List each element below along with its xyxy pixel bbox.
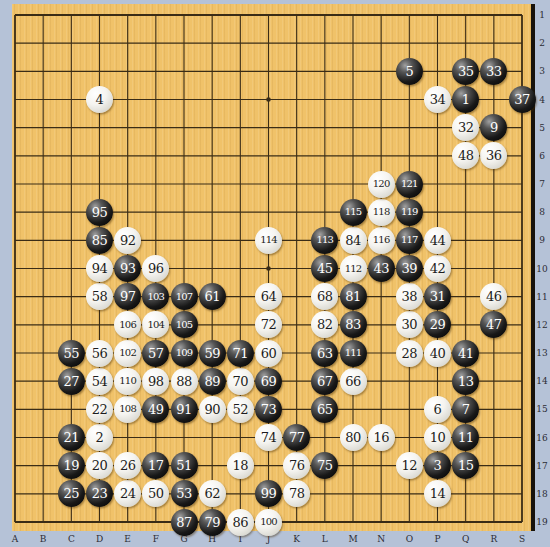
move-number: 96 bbox=[148, 262, 164, 275]
column-label-F: F bbox=[153, 534, 159, 544]
column-label-Q: Q bbox=[462, 534, 469, 544]
stone-black-33: 33 bbox=[480, 58, 507, 85]
stone-black-63: 63 bbox=[311, 340, 338, 367]
stone-black-21: 21 bbox=[58, 424, 85, 451]
move-number: 120 bbox=[373, 179, 390, 189]
move-number: 66 bbox=[345, 374, 361, 387]
column-label-D: D bbox=[96, 534, 103, 544]
row-label-11: 11 bbox=[536, 292, 547, 302]
column-label-R: R bbox=[490, 534, 497, 544]
stone-white-58: 58 bbox=[86, 283, 113, 310]
row-label-10: 10 bbox=[536, 264, 547, 274]
move-number: 7 bbox=[462, 402, 470, 415]
stone-black-35: 35 bbox=[452, 58, 479, 85]
stone-black-39: 39 bbox=[396, 255, 423, 282]
column-label-E: E bbox=[124, 534, 131, 544]
move-number: 43 bbox=[373, 262, 389, 275]
row-label-1: 1 bbox=[539, 10, 545, 20]
move-number: 33 bbox=[486, 64, 502, 77]
move-number: 10 bbox=[430, 431, 446, 444]
move-number: 2 bbox=[96, 431, 104, 444]
stone-black-111: 111 bbox=[340, 340, 367, 367]
move-number: 114 bbox=[260, 235, 277, 245]
move-number: 61 bbox=[204, 290, 220, 303]
move-number: 12 bbox=[402, 459, 418, 472]
move-number: 30 bbox=[402, 318, 418, 331]
column-label-G: G bbox=[180, 534, 187, 544]
stone-white-16: 16 bbox=[368, 424, 395, 451]
stone-black-3: 3 bbox=[424, 452, 451, 479]
move-number: 21 bbox=[64, 431, 80, 444]
move-number: 25 bbox=[64, 487, 80, 500]
move-number: 64 bbox=[261, 290, 277, 303]
stone-white-80: 80 bbox=[340, 424, 367, 451]
column-label-I: I bbox=[239, 534, 243, 544]
row-label-18: 18 bbox=[536, 489, 547, 499]
stone-white-112: 112 bbox=[340, 255, 367, 282]
move-number: 71 bbox=[233, 346, 249, 359]
stone-white-28: 28 bbox=[396, 340, 423, 367]
move-number: 93 bbox=[120, 262, 136, 275]
move-number: 65 bbox=[317, 402, 333, 415]
move-number: 106 bbox=[119, 319, 136, 329]
stone-black-109: 109 bbox=[171, 340, 198, 367]
move-number: 95 bbox=[92, 205, 108, 218]
move-number: 6 bbox=[434, 402, 442, 415]
stone-white-92: 92 bbox=[114, 227, 141, 254]
stone-white-54: 54 bbox=[86, 368, 113, 395]
move-number: 51 bbox=[176, 459, 192, 472]
stone-black-65: 65 bbox=[311, 396, 338, 423]
move-number: 17 bbox=[148, 459, 164, 472]
stone-white-62: 62 bbox=[199, 480, 226, 507]
column-label-B: B bbox=[40, 534, 47, 544]
move-number: 67 bbox=[317, 374, 333, 387]
move-number: 1 bbox=[462, 93, 470, 106]
stone-black-105: 105 bbox=[171, 311, 198, 338]
move-number: 121 bbox=[401, 179, 418, 189]
stone-white-94: 94 bbox=[86, 255, 113, 282]
move-number: 77 bbox=[289, 431, 305, 444]
stone-white-34: 34 bbox=[424, 86, 451, 113]
move-number: 85 bbox=[92, 233, 108, 246]
stone-black-51: 51 bbox=[171, 452, 198, 479]
column-label-M: M bbox=[348, 534, 357, 544]
move-number: 87 bbox=[176, 515, 192, 528]
stone-white-108: 108 bbox=[114, 396, 141, 423]
stone-black-55: 55 bbox=[58, 340, 85, 367]
move-number: 97 bbox=[120, 290, 136, 303]
stone-black-1: 1 bbox=[452, 86, 479, 113]
stone-white-44: 44 bbox=[424, 227, 451, 254]
move-number: 116 bbox=[373, 235, 390, 245]
move-number: 76 bbox=[289, 459, 305, 472]
stone-black-57: 57 bbox=[142, 340, 169, 367]
stone-black-11: 11 bbox=[452, 424, 479, 451]
move-number: 53 bbox=[176, 487, 192, 500]
row-label-2: 2 bbox=[539, 38, 545, 48]
move-number: 75 bbox=[317, 459, 333, 472]
move-number: 92 bbox=[120, 233, 136, 246]
move-number: 58 bbox=[92, 290, 108, 303]
stone-white-22: 22 bbox=[86, 396, 113, 423]
go-game-diagram: 1234567910111213141516171819202122232425… bbox=[0, 0, 550, 547]
move-number: 26 bbox=[120, 459, 136, 472]
stone-white-120: 120 bbox=[368, 171, 395, 198]
move-number: 45 bbox=[317, 262, 333, 275]
stone-white-102: 102 bbox=[114, 340, 141, 367]
stone-black-83: 83 bbox=[340, 311, 367, 338]
stone-white-90: 90 bbox=[199, 396, 226, 423]
column-label-J: J bbox=[267, 534, 271, 544]
move-number: 82 bbox=[317, 318, 333, 331]
stone-black-41: 41 bbox=[452, 340, 479, 367]
row-label-16: 16 bbox=[536, 433, 547, 443]
stone-black-31: 31 bbox=[424, 283, 451, 310]
stone-white-84: 84 bbox=[340, 227, 367, 254]
move-number: 52 bbox=[233, 402, 249, 415]
move-number: 86 bbox=[233, 515, 249, 528]
stone-black-93: 93 bbox=[114, 255, 141, 282]
stone-white-116: 116 bbox=[368, 227, 395, 254]
stone-black-25: 25 bbox=[58, 480, 85, 507]
stone-white-98: 98 bbox=[142, 368, 169, 395]
stone-white-30: 30 bbox=[396, 311, 423, 338]
move-number: 62 bbox=[204, 487, 220, 500]
move-number: 22 bbox=[92, 402, 108, 415]
move-number: 42 bbox=[430, 262, 446, 275]
row-label-19: 19 bbox=[536, 517, 547, 527]
board-right-edge bbox=[531, 4, 535, 531]
move-number: 29 bbox=[430, 318, 446, 331]
move-number: 118 bbox=[373, 207, 390, 217]
column-label-L: L bbox=[322, 534, 328, 544]
stone-white-88: 88 bbox=[171, 368, 198, 395]
row-label-6: 6 bbox=[539, 151, 545, 161]
stone-black-91: 91 bbox=[171, 396, 198, 423]
stone-white-110: 110 bbox=[114, 368, 141, 395]
stone-black-79: 79 bbox=[199, 509, 226, 536]
column-label-C: C bbox=[68, 534, 75, 544]
move-number: 4 bbox=[96, 93, 104, 106]
move-number: 44 bbox=[430, 233, 446, 246]
move-number: 81 bbox=[345, 290, 361, 303]
move-number: 83 bbox=[345, 318, 361, 331]
row-label-17: 17 bbox=[536, 461, 547, 471]
stone-black-95: 95 bbox=[86, 199, 113, 226]
stone-white-64: 64 bbox=[255, 283, 282, 310]
column-label-H: H bbox=[208, 534, 216, 544]
move-number: 46 bbox=[486, 290, 502, 303]
stone-white-6: 6 bbox=[424, 396, 451, 423]
move-number: 108 bbox=[119, 404, 136, 414]
move-number: 113 bbox=[316, 235, 333, 245]
move-number: 100 bbox=[260, 517, 277, 527]
move-number: 112 bbox=[345, 263, 362, 273]
move-number: 103 bbox=[147, 291, 164, 301]
move-number: 63 bbox=[317, 346, 333, 359]
stone-black-7: 7 bbox=[452, 396, 479, 423]
move-number: 35 bbox=[458, 64, 474, 77]
stone-black-107: 107 bbox=[171, 283, 198, 310]
move-number: 37 bbox=[514, 93, 530, 106]
column-label-O: O bbox=[406, 534, 413, 544]
move-number: 105 bbox=[176, 319, 193, 329]
move-number: 90 bbox=[204, 402, 220, 415]
stone-black-67: 67 bbox=[311, 368, 338, 395]
stone-white-114: 114 bbox=[255, 227, 282, 254]
stone-white-52: 52 bbox=[227, 396, 254, 423]
move-number: 60 bbox=[261, 346, 277, 359]
move-number: 68 bbox=[317, 290, 333, 303]
stone-black-69: 69 bbox=[255, 368, 282, 395]
move-number: 47 bbox=[486, 318, 502, 331]
move-number: 78 bbox=[289, 487, 305, 500]
column-label-S: S bbox=[519, 534, 525, 544]
stone-white-118: 118 bbox=[368, 199, 395, 226]
move-number: 94 bbox=[92, 262, 108, 275]
move-number: 24 bbox=[120, 487, 136, 500]
move-number: 69 bbox=[261, 374, 277, 387]
stone-white-66: 66 bbox=[340, 368, 367, 395]
stone-black-121: 121 bbox=[396, 171, 423, 198]
move-number: 27 bbox=[64, 374, 80, 387]
move-number: 11 bbox=[458, 431, 474, 444]
move-number: 99 bbox=[261, 487, 277, 500]
stone-white-18: 18 bbox=[227, 452, 254, 479]
row-label-12: 12 bbox=[536, 320, 547, 330]
column-label-N: N bbox=[377, 534, 385, 544]
move-number: 54 bbox=[92, 374, 108, 387]
row-label-15: 15 bbox=[536, 404, 547, 414]
move-number: 109 bbox=[176, 348, 193, 358]
move-number: 73 bbox=[261, 402, 277, 415]
move-number: 39 bbox=[402, 262, 418, 275]
stone-white-12: 12 bbox=[396, 452, 423, 479]
stone-black-119: 119 bbox=[396, 199, 423, 226]
move-number: 36 bbox=[486, 149, 502, 162]
row-label-9: 9 bbox=[539, 235, 545, 245]
stone-black-89: 89 bbox=[199, 368, 226, 395]
move-number: 79 bbox=[204, 515, 220, 528]
stone-black-113: 113 bbox=[311, 227, 338, 254]
move-number: 55 bbox=[64, 346, 80, 359]
stone-white-70: 70 bbox=[227, 368, 254, 395]
move-number: 15 bbox=[458, 459, 474, 472]
move-number: 3 bbox=[434, 459, 442, 472]
move-number: 9 bbox=[490, 121, 498, 134]
move-number: 98 bbox=[148, 374, 164, 387]
stone-black-71: 71 bbox=[227, 340, 254, 367]
stone-black-73: 73 bbox=[255, 396, 282, 423]
column-label-K: K bbox=[293, 534, 300, 544]
stone-black-115: 115 bbox=[340, 199, 367, 226]
move-number: 80 bbox=[345, 431, 361, 444]
move-number: 48 bbox=[458, 149, 474, 162]
stone-black-59: 59 bbox=[199, 340, 226, 367]
stone-white-60: 60 bbox=[255, 340, 282, 367]
row-label-7: 7 bbox=[539, 179, 545, 189]
move-number: 34 bbox=[430, 93, 446, 106]
stone-black-37: 37 bbox=[509, 86, 536, 113]
move-number: 91 bbox=[176, 402, 192, 415]
stone-black-81: 81 bbox=[340, 283, 367, 310]
stone-black-87: 87 bbox=[171, 509, 198, 536]
stone-white-74: 74 bbox=[255, 424, 282, 451]
move-number: 74 bbox=[261, 431, 277, 444]
stone-white-10: 10 bbox=[424, 424, 451, 451]
stone-black-61: 61 bbox=[199, 283, 226, 310]
stone-black-53: 53 bbox=[171, 480, 198, 507]
move-number: 49 bbox=[148, 402, 164, 415]
move-number: 5 bbox=[405, 64, 413, 77]
stone-white-86: 86 bbox=[227, 509, 254, 536]
stone-white-100: 100 bbox=[255, 509, 282, 536]
move-number: 84 bbox=[345, 233, 361, 246]
column-label-P: P bbox=[434, 534, 440, 544]
stone-black-27: 27 bbox=[58, 368, 85, 395]
move-number: 19 bbox=[64, 459, 80, 472]
move-number: 32 bbox=[458, 121, 474, 134]
stone-black-117: 117 bbox=[396, 227, 423, 254]
move-number: 89 bbox=[204, 374, 220, 387]
stone-white-2: 2 bbox=[86, 424, 113, 451]
stone-white-42: 42 bbox=[424, 255, 451, 282]
stone-black-5: 5 bbox=[396, 58, 423, 85]
row-label-4: 4 bbox=[539, 95, 545, 105]
row-label-3: 3 bbox=[539, 66, 545, 76]
row-label-13: 13 bbox=[536, 348, 547, 358]
move-number: 57 bbox=[148, 346, 164, 359]
stone-white-4: 4 bbox=[86, 86, 113, 113]
move-number: 88 bbox=[176, 374, 192, 387]
move-number: 18 bbox=[233, 459, 249, 472]
move-number: 16 bbox=[373, 431, 389, 444]
stone-black-13: 13 bbox=[452, 368, 479, 395]
move-number: 117 bbox=[401, 235, 418, 245]
stone-black-77: 77 bbox=[283, 424, 310, 451]
column-label-A: A bbox=[12, 534, 19, 544]
move-number: 115 bbox=[345, 207, 362, 217]
move-number: 111 bbox=[345, 348, 362, 358]
row-label-14: 14 bbox=[536, 376, 547, 386]
move-number: 14 bbox=[430, 487, 446, 500]
move-number: 41 bbox=[458, 346, 474, 359]
move-number: 110 bbox=[119, 376, 136, 386]
move-number: 31 bbox=[430, 290, 446, 303]
move-number: 59 bbox=[204, 346, 220, 359]
move-number: 102 bbox=[119, 348, 136, 358]
move-number: 38 bbox=[402, 290, 418, 303]
move-number: 104 bbox=[147, 319, 164, 329]
move-number: 20 bbox=[92, 459, 108, 472]
move-number: 70 bbox=[233, 374, 249, 387]
stone-black-49: 49 bbox=[142, 396, 169, 423]
move-number: 40 bbox=[430, 346, 446, 359]
move-number: 23 bbox=[92, 487, 108, 500]
row-label-8: 8 bbox=[539, 207, 545, 217]
row-label-5: 5 bbox=[539, 123, 545, 133]
stone-white-40: 40 bbox=[424, 340, 451, 367]
stone-white-56: 56 bbox=[86, 340, 113, 367]
move-number: 56 bbox=[92, 346, 108, 359]
stone-black-85: 85 bbox=[86, 227, 113, 254]
move-number: 119 bbox=[401, 207, 418, 217]
move-number: 107 bbox=[176, 291, 193, 301]
stone-black-19: 19 bbox=[58, 452, 85, 479]
stone-white-38: 38 bbox=[396, 283, 423, 310]
move-number: 72 bbox=[261, 318, 277, 331]
stone-white-20: 20 bbox=[86, 452, 113, 479]
move-number: 13 bbox=[458, 374, 474, 387]
move-number: 50 bbox=[148, 487, 164, 500]
move-number: 28 bbox=[402, 346, 418, 359]
stone-black-43: 43 bbox=[368, 255, 395, 282]
